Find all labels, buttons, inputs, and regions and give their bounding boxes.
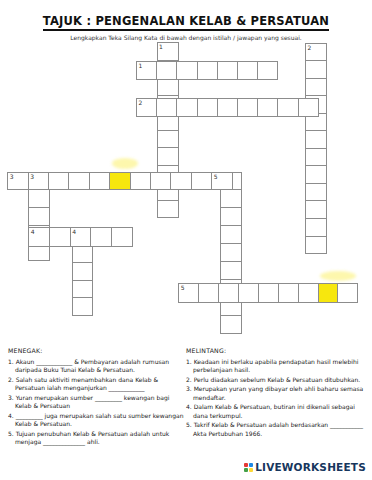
clue-number-label: 2 bbox=[308, 44, 312, 51]
cell-across-3-3[interactable] bbox=[48, 172, 69, 191]
word-across-2: 2 bbox=[136, 98, 318, 117]
clue-item: 4. Dalam Kelab & Persatuan, butiran ini … bbox=[186, 403, 368, 420]
cell-down-2-9[interactable] bbox=[305, 183, 327, 202]
liveworksheets-brand: LIVEWORKSHEETS bbox=[244, 461, 366, 473]
cell-down-5-4[interactable] bbox=[220, 225, 242, 244]
brand-icon-square bbox=[244, 463, 248, 467]
cell-down-5-6[interactable] bbox=[220, 261, 242, 280]
clue-number-label: 5 bbox=[181, 284, 185, 291]
clues-down-heading: MENEGAK: bbox=[8, 347, 184, 356]
cell-across-1-1[interactable]: 1 bbox=[136, 61, 157, 81]
word-down-2: 2 bbox=[305, 43, 327, 254]
cell-across-2-9[interactable] bbox=[298, 98, 319, 117]
cell-across-4-1[interactable]: 4 bbox=[28, 227, 50, 247]
cell-across-1-6[interactable] bbox=[237, 61, 258, 81]
clues-across-section: MELINTANG: 1. Keadaan ini berlaku apabil… bbox=[186, 347, 368, 439]
cell-across-2-6[interactable] bbox=[237, 98, 258, 117]
cell-across-3-5[interactable] bbox=[89, 172, 110, 191]
cell-across-3-4[interactable] bbox=[68, 172, 89, 191]
liveworksheets-grid-icon bbox=[244, 463, 253, 472]
brand-icon-square bbox=[249, 468, 253, 472]
cell-across-2-5[interactable] bbox=[217, 98, 238, 117]
cell-across-1-2[interactable] bbox=[156, 61, 177, 81]
cell-down-5-5[interactable] bbox=[220, 243, 242, 262]
cell-down-2-10[interactable] bbox=[305, 200, 327, 219]
cell-down-4-3[interactable] bbox=[72, 262, 94, 281]
cell-across-3-8[interactable] bbox=[150, 172, 171, 191]
cell-across-5-5[interactable] bbox=[258, 283, 279, 303]
clue-number-label: 2 bbox=[139, 99, 143, 106]
cell-across-4-2[interactable] bbox=[49, 227, 71, 247]
cell-down-1-7[interactable] bbox=[157, 147, 180, 166]
word-across-1: 1 bbox=[136, 61, 277, 81]
cell-down-2-11[interactable] bbox=[305, 218, 327, 237]
cell-down-2-2[interactable] bbox=[305, 60, 327, 79]
highlighter-smudge bbox=[320, 271, 356, 281]
cell-across-2-3[interactable] bbox=[176, 98, 197, 117]
cell-down-4-2[interactable] bbox=[72, 244, 94, 263]
cell-down-2-12[interactable] bbox=[305, 236, 327, 255]
cell-across-5-4[interactable] bbox=[238, 283, 259, 303]
word-across-4: 44 bbox=[28, 227, 131, 247]
cell-down-3-3[interactable] bbox=[28, 207, 50, 226]
cell-across-5-9[interactable] bbox=[337, 283, 358, 303]
cell-across-3-6[interactable] bbox=[109, 172, 130, 191]
clue-number-label: 4 bbox=[72, 228, 76, 235]
cell-across-2-4[interactable] bbox=[197, 98, 218, 117]
clues-across-heading: MELINTANG: bbox=[186, 347, 368, 356]
cell-across-2-8[interactable] bbox=[277, 98, 298, 117]
clue-item: 1. Akaun ____________ & Pembayaran adala… bbox=[8, 358, 184, 375]
liveworksheets-brand-text: LIVEWORKSHEETS bbox=[255, 461, 366, 473]
cell-across-3-7[interactable] bbox=[130, 172, 151, 191]
clue-number-label: 1 bbox=[139, 62, 143, 69]
clue-number-label: 5 bbox=[214, 173, 218, 180]
cell-down-1-10[interactable] bbox=[157, 200, 180, 219]
clues-down-section: MENEGAK: 1. Akaun ____________ & Pembaya… bbox=[8, 347, 184, 448]
clue-number-label: 3 bbox=[10, 173, 14, 180]
cell-across-5-3[interactable] bbox=[218, 283, 239, 303]
cell-across-1-7[interactable] bbox=[257, 61, 278, 81]
clue-item: 1. Keadaan ini berlaku apabila pendapata… bbox=[186, 358, 368, 375]
cell-across-5-2[interactable] bbox=[198, 283, 219, 303]
cell-across-4-4[interactable] bbox=[90, 227, 112, 247]
clue-item: 2. Salah satu aktiviti menambahkan dana … bbox=[8, 376, 184, 393]
cell-across-1-4[interactable] bbox=[197, 61, 218, 81]
cell-across-4-3[interactable]: 4 bbox=[70, 227, 92, 247]
clue-item: 5. Tujuan penubuhan Kelab & Persatuan ad… bbox=[8, 430, 184, 447]
brand-icon-square bbox=[249, 463, 253, 467]
cell-across-5-7[interactable] bbox=[298, 283, 319, 303]
cell-down-4-4[interactable] bbox=[72, 280, 94, 299]
clue-item: 2. Perlu diadakan sebelum Kelab & Persat… bbox=[186, 376, 368, 385]
cell-across-1-3[interactable] bbox=[176, 61, 197, 81]
cell-across-1-5[interactable] bbox=[217, 61, 238, 81]
brand-icon-square bbox=[244, 468, 248, 472]
word-down-5 bbox=[220, 172, 242, 333]
clue-number-label: 1 bbox=[159, 43, 163, 50]
cell-across-3-1[interactable]: 3 bbox=[7, 172, 28, 191]
cell-down-1-1[interactable]: 1 bbox=[157, 42, 180, 61]
clue-item: 3. Merupakan yuran yang dibayar oleh ahl… bbox=[186, 385, 368, 402]
cell-down-2-3[interactable] bbox=[305, 78, 327, 97]
clue-number-label: 4 bbox=[31, 228, 35, 235]
cell-down-5-2[interactable] bbox=[220, 189, 242, 208]
clue-item: 3. Yuran merupakan sumber _________ kewa… bbox=[8, 394, 184, 411]
highlighter-smudge bbox=[112, 158, 138, 169]
clue-item: 4. _________ juga merupakan salah satu s… bbox=[8, 412, 184, 429]
cell-down-4-5[interactable] bbox=[72, 297, 94, 316]
word-across-3: 335 bbox=[7, 172, 231, 191]
cell-across-2-1[interactable]: 2 bbox=[136, 98, 157, 117]
clue-number-label: 3 bbox=[30, 173, 34, 180]
cell-across-3-9[interactable] bbox=[170, 172, 191, 191]
cell-across-3-2[interactable]: 3 bbox=[28, 172, 49, 191]
cell-across-3-10[interactable] bbox=[191, 172, 212, 191]
clue-item: 5. Takrif Kelab & Persatuan adalah berda… bbox=[186, 421, 368, 438]
cell-down-2-7[interactable] bbox=[305, 148, 327, 167]
cell-across-3-11[interactable]: 5 bbox=[211, 172, 232, 191]
cell-down-1-6[interactable] bbox=[157, 130, 180, 149]
cell-across-5-8[interactable] bbox=[318, 283, 339, 303]
cell-down-5-9[interactable] bbox=[220, 315, 242, 334]
cell-down-2-6[interactable] bbox=[305, 130, 327, 149]
cell-across-2-2[interactable] bbox=[156, 98, 177, 117]
cell-down-2-8[interactable] bbox=[305, 165, 327, 184]
cell-across-4-5[interactable] bbox=[111, 227, 133, 247]
word-across-5: 5 bbox=[178, 283, 357, 303]
cell-across-5-1[interactable]: 5 bbox=[178, 283, 199, 303]
cell-down-2-1[interactable]: 2 bbox=[305, 43, 327, 62]
cell-across-2-7[interactable] bbox=[257, 98, 278, 117]
cell-down-3-2[interactable] bbox=[28, 189, 50, 208]
cell-across-5-6[interactable] bbox=[278, 283, 299, 303]
cell-down-5-3[interactable] bbox=[220, 207, 242, 226]
crossword-board: 1212335445 bbox=[0, 0, 372, 348]
